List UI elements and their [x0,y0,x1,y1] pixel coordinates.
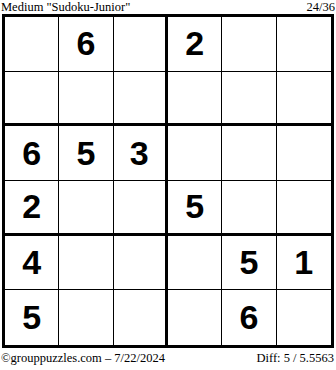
cell-r4c1: 2 [5,181,59,236]
cell-r2c1 [5,72,59,127]
cell-r5c3 [114,236,168,291]
cell-r6c5: 6 [222,290,276,345]
cell-r5c1: 4 [5,236,59,291]
sudoku-board: 626532545156 [2,14,334,348]
page-footer: ©grouppuzzles.com – 7/22/2024 Diff: 5 / … [0,351,336,368]
cell-r5c4 [168,236,222,291]
cell-r3c1: 6 [5,126,59,181]
cell-r6c3 [114,290,168,345]
cell-r6c6 [277,290,331,345]
cell-r4c5 [222,181,276,236]
page-header: Medium "Sudoku-Junior" 24/36 [0,0,336,14]
cell-r5c5: 5 [222,236,276,291]
cell-r2c5 [222,72,276,127]
cell-r6c4 [168,290,222,345]
cell-r5c2 [59,236,113,291]
cell-r3c2: 5 [59,126,113,181]
cell-r2c2 [59,72,113,127]
puzzle-title: Medium "Sudoku-Junior" [1,1,130,14]
cell-r2c6 [277,72,331,127]
cell-r1c3 [114,17,168,72]
difficulty-text: Diff: 5 / 5.5563 [256,351,334,365]
cell-r2c3 [114,72,168,127]
cell-r3c5 [222,126,276,181]
puzzle-counter: 24/36 [307,1,335,14]
cell-r1c5 [222,17,276,72]
cell-r1c2: 6 [59,17,113,72]
cell-r5c6: 1 [277,236,331,291]
cell-r4c3 [114,181,168,236]
copyright-text: ©grouppuzzles.com – 7/22/2024 [1,351,165,365]
cell-r3c3: 3 [114,126,168,181]
cell-r2c4 [168,72,222,127]
cell-r1c6 [277,17,331,72]
cell-r1c1 [5,17,59,72]
cell-r3c6 [277,126,331,181]
cell-r6c1: 5 [5,290,59,345]
cell-r1c4: 2 [168,17,222,72]
cell-r4c4: 5 [168,181,222,236]
cell-r4c6 [277,181,331,236]
cell-r3c4 [168,126,222,181]
cell-r6c2 [59,290,113,345]
cell-r4c2 [59,181,113,236]
